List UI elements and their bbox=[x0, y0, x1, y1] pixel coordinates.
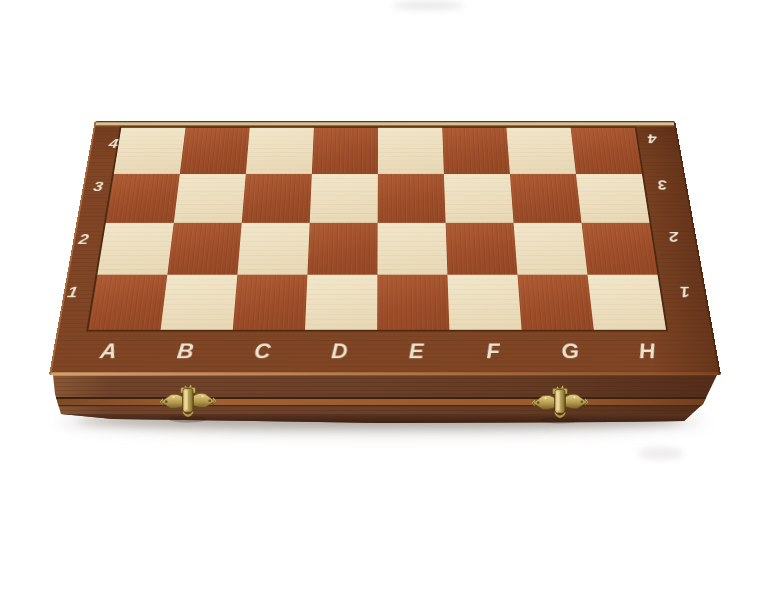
square-d1 bbox=[305, 275, 377, 330]
file-label-g: G bbox=[560, 340, 580, 363]
file-label-h: H bbox=[637, 340, 657, 363]
square-g4 bbox=[506, 128, 575, 174]
square-c1 bbox=[233, 275, 308, 330]
square-b4 bbox=[180, 128, 250, 174]
square-g2 bbox=[514, 223, 588, 275]
square-h2 bbox=[582, 223, 658, 275]
file-label-f: F bbox=[486, 340, 501, 363]
square-d2 bbox=[307, 223, 377, 275]
box-front-face bbox=[53, 374, 717, 423]
square-b3 bbox=[174, 174, 246, 223]
square-c3 bbox=[242, 174, 312, 223]
file-label-a: A bbox=[99, 340, 119, 363]
square-g1 bbox=[517, 275, 593, 330]
file-label-c: C bbox=[253, 340, 271, 363]
square-f4 bbox=[442, 128, 510, 174]
square-a4 bbox=[114, 128, 186, 174]
square-c4 bbox=[246, 128, 314, 174]
square-a2 bbox=[97, 223, 173, 275]
square-a3 bbox=[106, 174, 180, 223]
square-f3 bbox=[444, 174, 514, 223]
file-label-e: E bbox=[408, 340, 424, 363]
square-h4 bbox=[571, 128, 642, 174]
square-f2 bbox=[446, 223, 518, 275]
square-b1 bbox=[161, 275, 238, 330]
background-smudge-right bbox=[638, 447, 684, 460]
square-g3 bbox=[510, 174, 582, 223]
chess-box-photo: ABCDEFGH43214321 bbox=[0, 0, 762, 600]
brass-clasp-left bbox=[159, 382, 217, 424]
square-e3 bbox=[378, 174, 446, 223]
square-e4 bbox=[378, 128, 444, 174]
square-b2 bbox=[167, 223, 241, 275]
background-smudge-top bbox=[392, 1, 464, 10]
front-edge-chamfer bbox=[51, 372, 719, 375]
square-c2 bbox=[237, 223, 309, 275]
box-top-face: ABCDEFGH43214321 bbox=[49, 121, 721, 375]
brass-clasp-right bbox=[531, 383, 589, 425]
lid-seam-groove bbox=[53, 397, 717, 406]
rank-label-left-4: 4 bbox=[108, 136, 120, 151]
square-e1 bbox=[377, 275, 449, 330]
square-h3 bbox=[576, 174, 650, 223]
square-h1 bbox=[587, 275, 666, 330]
file-label-b: B bbox=[176, 340, 195, 363]
file-label-d: D bbox=[331, 340, 348, 363]
square-a1 bbox=[88, 275, 167, 330]
square-e2 bbox=[377, 223, 447, 275]
board-field bbox=[86, 126, 668, 331]
square-d3 bbox=[310, 174, 378, 223]
square-f1 bbox=[447, 275, 521, 330]
square-d4 bbox=[312, 128, 378, 174]
